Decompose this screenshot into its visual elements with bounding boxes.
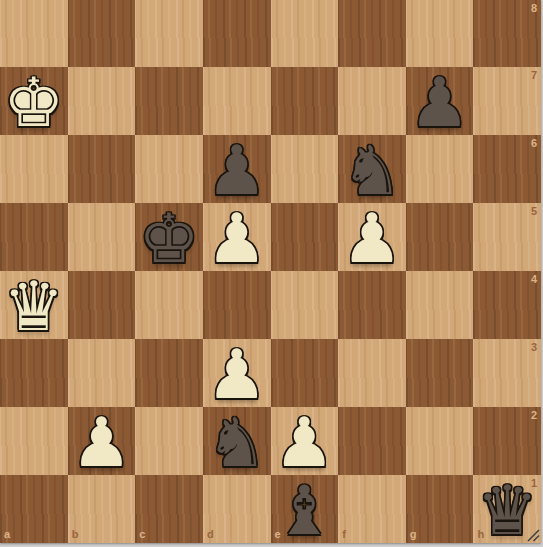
square-d2[interactable]: ♞: [203, 407, 271, 475]
square-a4[interactable]: ♛: [0, 271, 68, 339]
square-a6[interactable]: [0, 135, 68, 203]
piece-white-pawn[interactable]: ♟: [341, 205, 402, 273]
square-h5[interactable]: 5: [473, 203, 541, 271]
square-c4[interactable]: [135, 271, 203, 339]
square-b5[interactable]: [68, 203, 136, 271]
square-g8[interactable]: [406, 0, 474, 67]
piece-white-king[interactable]: ♚: [3, 69, 64, 137]
square-d5[interactable]: ♟: [203, 203, 271, 271]
square-b2[interactable]: ♟: [68, 407, 136, 475]
square-b4[interactable]: [68, 271, 136, 339]
piece-black-bishop[interactable]: ♝: [274, 477, 335, 545]
square-d1[interactable]: d: [203, 475, 271, 543]
square-d3[interactable]: ♟: [203, 339, 271, 407]
square-c7[interactable]: [135, 67, 203, 135]
square-h4[interactable]: 4: [473, 271, 541, 339]
rank-label-4: 4: [531, 274, 537, 285]
square-d7[interactable]: [203, 67, 271, 135]
file-label-d: d: [207, 529, 214, 540]
square-a2[interactable]: [0, 407, 68, 475]
square-e8[interactable]: [271, 0, 339, 67]
square-e5[interactable]: [271, 203, 339, 271]
square-h3[interactable]: 3: [473, 339, 541, 407]
rank-label-5: 5: [531, 206, 537, 217]
board-resize-handle[interactable]: [527, 528, 540, 541]
piece-white-pawn[interactable]: ♟: [71, 409, 132, 477]
piece-white-queen[interactable]: ♛: [3, 273, 64, 341]
square-b1[interactable]: b: [68, 475, 136, 543]
square-g5[interactable]: [406, 203, 474, 271]
square-a3[interactable]: [0, 339, 68, 407]
square-c1[interactable]: c: [135, 475, 203, 543]
square-f3[interactable]: [338, 339, 406, 407]
square-f6[interactable]: ♞: [338, 135, 406, 203]
file-label-g: g: [410, 529, 417, 540]
piece-black-pawn[interactable]: ♟: [409, 69, 470, 137]
square-f1[interactable]: f: [338, 475, 406, 543]
square-g6[interactable]: [406, 135, 474, 203]
square-e4[interactable]: [271, 271, 339, 339]
rank-label-7: 7: [531, 70, 537, 81]
square-d8[interactable]: [203, 0, 271, 67]
square-b7[interactable]: [68, 67, 136, 135]
square-h7[interactable]: 7: [473, 67, 541, 135]
square-f8[interactable]: [338, 0, 406, 67]
piece-white-pawn[interactable]: ♟: [206, 341, 267, 409]
piece-black-pawn[interactable]: ♟: [206, 137, 267, 205]
square-h6[interactable]: 6: [473, 135, 541, 203]
square-c3[interactable]: [135, 339, 203, 407]
piece-black-king[interactable]: ♚: [139, 205, 200, 273]
file-label-b: b: [72, 529, 79, 540]
piece-black-knight[interactable]: ♞: [341, 137, 402, 205]
square-d4[interactable]: [203, 271, 271, 339]
square-g7[interactable]: ♟: [406, 67, 474, 135]
square-h2[interactable]: 2: [473, 407, 541, 475]
rank-label-6: 6: [531, 138, 537, 149]
square-g4[interactable]: [406, 271, 474, 339]
square-f7[interactable]: [338, 67, 406, 135]
piece-white-pawn[interactable]: ♟: [274, 409, 335, 477]
piece-white-pawn[interactable]: ♟: [206, 205, 267, 273]
square-c5[interactable]: ♚: [135, 203, 203, 271]
rank-label-8: 8: [531, 3, 537, 14]
square-g3[interactable]: [406, 339, 474, 407]
square-c2[interactable]: [135, 407, 203, 475]
square-e6[interactable]: [271, 135, 339, 203]
chess-board: 8♚♟7♟♞6♚♟♟5♛4♟3♟♞♟2abcde♝fg1h♛: [0, 0, 541, 543]
rank-label-2: 2: [531, 410, 537, 421]
square-c8[interactable]: [135, 0, 203, 67]
resize-grip-icon: [527, 529, 540, 542]
square-e2[interactable]: ♟: [271, 407, 339, 475]
square-b8[interactable]: [68, 0, 136, 67]
square-d6[interactable]: ♟: [203, 135, 271, 203]
square-b3[interactable]: [68, 339, 136, 407]
square-a1[interactable]: a: [0, 475, 68, 543]
piece-black-knight[interactable]: ♞: [206, 409, 267, 477]
square-f5[interactable]: ♟: [338, 203, 406, 271]
square-e7[interactable]: [271, 67, 339, 135]
file-label-c: c: [139, 529, 145, 540]
square-c6[interactable]: [135, 135, 203, 203]
square-f2[interactable]: [338, 407, 406, 475]
square-h8[interactable]: 8: [473, 0, 541, 67]
square-a7[interactable]: ♚: [0, 67, 68, 135]
square-g2[interactable]: [406, 407, 474, 475]
square-e3[interactable]: [271, 339, 339, 407]
rank-label-3: 3: [531, 342, 537, 353]
file-label-a: a: [4, 529, 10, 540]
square-a5[interactable]: [0, 203, 68, 271]
square-e1[interactable]: e♝: [271, 475, 339, 543]
chess-app: 8♚♟7♟♞6♚♟♟5♛4♟3♟♞♟2abcde♝fg1h♛: [0, 0, 543, 547]
file-label-f: f: [342, 529, 346, 540]
square-f4[interactable]: [338, 271, 406, 339]
square-a8[interactable]: [0, 0, 68, 67]
square-b6[interactable]: [68, 135, 136, 203]
square-g1[interactable]: g: [406, 475, 474, 543]
